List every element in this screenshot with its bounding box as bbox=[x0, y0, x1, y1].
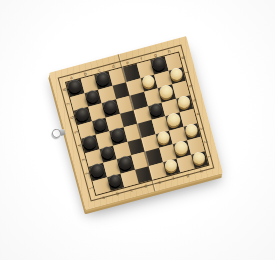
metal-clasp bbox=[51, 127, 66, 139]
cream-checker bbox=[176, 94, 191, 109]
cream-checker bbox=[184, 122, 199, 137]
cream-checker bbox=[191, 150, 206, 165]
photo-canvas: abcdefgh abcdefgh 87654321 87654321 bbox=[0, 0, 275, 260]
checkers-board: abcdefgh abcdefgh 87654321 87654321 bbox=[49, 36, 223, 210]
cream-checker bbox=[169, 66, 184, 81]
square-h1 bbox=[191, 151, 209, 169]
board-grid bbox=[65, 51, 210, 196]
